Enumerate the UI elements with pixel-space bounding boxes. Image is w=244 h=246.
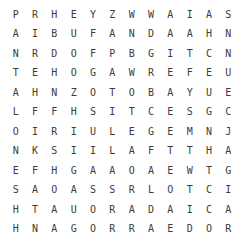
grid-cell-r6c2[interactable]: F [25,103,44,123]
grid-cell-r3c3[interactable]: D [45,44,64,64]
grid-cell-r7c5[interactable]: U [83,122,102,142]
grid-cell-r1c4[interactable]: E [64,5,83,25]
grid-cell-r3c10[interactable]: T [180,44,199,64]
grid-cell-r10c8[interactable]: L [141,181,160,201]
grid-cell-r12c8[interactable]: A [141,220,160,240]
grid-cell-r8c8[interactable]: F [141,142,160,162]
grid-cell-r9c2[interactable]: F [25,161,44,181]
grid-cell-r6c1[interactable]: L [6,103,25,123]
grid-cell-r2c12[interactable]: N [219,25,238,45]
grid-cell-r8c6[interactable]: L [103,142,122,162]
grid-cell-r12c1[interactable]: H [6,220,25,240]
grid-cell-r1c2[interactable]: R [25,5,44,25]
grid-cell-r6c9[interactable]: E [161,103,180,123]
grid-cell-r1c11[interactable]: A [199,5,218,25]
grid-cell-r11c7[interactable]: A [122,200,141,220]
grid-cell-r6c7[interactable]: T [122,103,141,123]
grid-cell-r11c2[interactable]: T [25,200,44,220]
grid-cell-r7c4[interactable]: I [64,122,83,142]
grid-cell-r7c10[interactable]: M [180,122,199,142]
grid-cell-r9c1[interactable]: E [6,161,25,181]
grid-cell-r11c8[interactable]: D [141,200,160,220]
grid-cell-r6c11[interactable]: G [199,103,218,123]
grid-cell-r5c5[interactable]: O [83,83,102,103]
grid-cell-r3c2[interactable]: R [25,44,44,64]
grid-cell-r3c1[interactable]: N [6,44,25,64]
grid-cell-r4c1[interactable]: T [6,64,25,84]
grid-cell-r11c11[interactable]: C [199,200,218,220]
grid-cell-r11c3[interactable]: A [45,200,64,220]
grid-cell-r3c4[interactable]: O [64,44,83,64]
grid-cell-r11c5[interactable]: O [83,200,102,220]
grid-cell-r12c9[interactable]: E [161,220,180,240]
grid-cell-r12c10[interactable]: D [180,220,199,240]
grid-cell-r6c4[interactable]: H [64,103,83,123]
grid-cell-r10c3[interactable]: O [45,181,64,201]
grid-cell-r4c3[interactable]: H [45,64,64,84]
grid-cell-r10c10[interactable]: T [180,181,199,201]
grid-cell-r7c11[interactable]: N [199,122,218,142]
grid-cell-r6c12[interactable]: C [219,103,238,123]
grid-cell-r7c12[interactable]: J [219,122,238,142]
grid-cell-r12c12[interactable]: R [219,220,238,240]
grid-cell-r1c10[interactable]: I [180,5,199,25]
grid-cell-r7c1[interactable]: O [6,122,25,142]
grid-cell-r10c5[interactable]: S [83,181,102,201]
grid-cell-r7c3[interactable]: R [45,122,64,142]
grid-cell-r5c4[interactable]: Z [64,83,83,103]
grid-cell-r11c4[interactable]: U [64,200,83,220]
grid-cell-r8c3[interactable]: S [45,142,64,162]
grid-cell-r12c2[interactable]: N [25,220,44,240]
grid-cell-r1c6[interactable]: Z [103,5,122,25]
grid-cell-r8c11[interactable]: H [199,142,218,162]
grid-cell-r9c8[interactable]: A [141,161,160,181]
grid-cell-r9c3[interactable]: H [45,161,64,181]
grid-cell-r4c7[interactable]: W [122,64,141,84]
grid-cell-r8c12[interactable]: A [219,142,238,162]
grid-cell-r8c5[interactable]: I [83,142,102,162]
grid-cell-r3c5[interactable]: F [83,44,102,64]
grid-cell-r2c11[interactable]: H [199,25,218,45]
grid-cell-r2c1[interactable]: A [6,25,25,45]
grid-cell-r2c9[interactable]: A [161,25,180,45]
grid-cell-r9c10[interactable]: W [180,161,199,181]
grid-cell-r4c6[interactable]: A [103,64,122,84]
grid-cell-r2c5[interactable]: F [83,25,102,45]
grid-cell-r2c2[interactable]: I [25,25,44,45]
grid-cell-r12c3[interactable]: A [45,220,64,240]
grid-cell-r6c5[interactable]: S [83,103,102,123]
grid-cell-r5c12[interactable]: E [219,83,238,103]
grid-cell-r12c5[interactable]: O [83,220,102,240]
grid-cell-r7c7[interactable]: E [122,122,141,142]
grid-cell-r9c6[interactable]: A [103,161,122,181]
grid-cell-r4c11[interactable]: E [199,64,218,84]
grid-cell-r10c12[interactable]: I [219,181,238,201]
grid-cell-r10c9[interactable]: O [161,181,180,201]
grid-cell-r1c1[interactable]: P [6,5,25,25]
grid-cell-r11c12[interactable]: A [219,200,238,220]
grid-cell-r8c1[interactable]: N [6,142,25,162]
grid-cell-r8c10[interactable]: T [180,142,199,162]
grid-cell-r9c5[interactable]: A [83,161,102,181]
grid-cell-r9c11[interactable]: T [199,161,218,181]
grid-cell-r3c8[interactable]: G [141,44,160,64]
grid-cell-r10c2[interactable]: A [25,181,44,201]
grid-cell-r7c8[interactable]: G [141,122,160,142]
grid-cell-r5c2[interactable]: H [25,83,44,103]
grid-cell-r9c9[interactable]: E [161,161,180,181]
grid-cell-r10c7[interactable]: R [122,181,141,201]
grid-cell-r12c7[interactable]: R [122,220,141,240]
grid-cell-r3c7[interactable]: B [122,44,141,64]
grid-cell-r3c11[interactable]: C [199,44,218,64]
grid-cell-r8c4[interactable]: I [64,142,83,162]
grid-cell-r5c7[interactable]: O [122,83,141,103]
grid-cell-r11c6[interactable]: R [103,200,122,220]
grid-cell-r2c3[interactable]: B [45,25,64,45]
grid-cell-r12c4[interactable]: G [64,220,83,240]
grid-cell-r1c9[interactable]: A [161,5,180,25]
grid-cell-r1c5[interactable]: Y [83,5,102,25]
grid-cell-r11c1[interactable]: H [6,200,25,220]
grid-cell-r3c12[interactable]: N [219,44,238,64]
word-search-grid: PRHEYZWWAIASAIBUFANDAAHNNRDOFPBGITCNTEHO… [6,5,238,239]
grid-cell-r4c4[interactable]: O [64,64,83,84]
grid-cell-r5c6[interactable]: T [103,83,122,103]
grid-cell-r3c6[interactable]: P [103,44,122,64]
grid-cell-r7c6[interactable]: L [103,122,122,142]
grid-cell-r5c11[interactable]: U [199,83,218,103]
grid-cell-r5c8[interactable]: B [141,83,160,103]
grid-cell-r6c3[interactable]: F [45,103,64,123]
grid-cell-r9c7[interactable]: O [122,161,141,181]
grid-cell-r11c9[interactable]: A [161,200,180,220]
grid-cell-r10c4[interactable]: A [64,181,83,201]
grid-cell-r8c7[interactable]: A [122,142,141,162]
grid-cell-r1c7[interactable]: W [122,5,141,25]
grid-cell-r9c12[interactable]: G [219,161,238,181]
grid-cell-r7c2[interactable]: I [25,122,44,142]
word-search-page: PRHEYZWWAIASAIBUFANDAAHNNRDOFPBGITCNTEHO… [0,0,244,246]
grid-cell-r5c10[interactable]: Y [180,83,199,103]
grid-cell-r10c6[interactable]: S [103,181,122,201]
grid-cell-r8c2[interactable]: K [25,142,44,162]
grid-cell-r4c5[interactable]: G [83,64,102,84]
grid-cell-r6c8[interactable]: C [141,103,160,123]
grid-cell-r2c8[interactable]: D [141,25,160,45]
grid-cell-r5c3[interactable]: N [45,83,64,103]
grid-cell-r8c9[interactable]: T [161,142,180,162]
grid-cell-r2c7[interactable]: N [122,25,141,45]
grid-cell-r5c1[interactable]: A [6,83,25,103]
grid-cell-r1c8[interactable]: W [141,5,160,25]
grid-cell-r3c9[interactable]: I [161,44,180,64]
grid-cell-r10c1[interactable]: S [6,181,25,201]
grid-cell-r4c9[interactable]: E [161,64,180,84]
grid-cell-r4c2[interactable]: E [25,64,44,84]
grid-cell-r4c12[interactable]: U [219,64,238,84]
grid-cell-r1c12[interactable]: S [219,5,238,25]
grid-cell-r5c9[interactable]: A [161,83,180,103]
grid-cell-r7c9[interactable]: E [161,122,180,142]
grid-cell-r9c4[interactable]: G [64,161,83,181]
grid-cell-r10c11[interactable]: C [199,181,218,201]
grid-cell-r4c10[interactable]: F [180,64,199,84]
grid-cell-r6c10[interactable]: S [180,103,199,123]
grid-cell-r6c6[interactable]: I [103,103,122,123]
grid-cell-r2c10[interactable]: A [180,25,199,45]
grid-cell-r11c10[interactable]: I [180,200,199,220]
grid-cell-r4c8[interactable]: R [141,64,160,84]
grid-cell-r12c11[interactable]: O [199,220,218,240]
grid-cell-r2c6[interactable]: A [103,25,122,45]
grid-cell-r12c6[interactable]: R [103,220,122,240]
grid-cell-r1c3[interactable]: H [45,5,64,25]
grid-cell-r2c4[interactable]: U [64,25,83,45]
